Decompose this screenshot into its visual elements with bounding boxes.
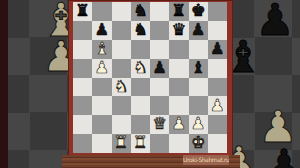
piece-black-rook: ♜	[171, 3, 186, 20]
piece-black-pawn: ♟	[191, 22, 206, 39]
piece-black-knight: ♞	[133, 3, 148, 20]
square-a4	[73, 78, 92, 97]
square-e8	[150, 2, 169, 21]
piece-black-rook: ♜	[75, 3, 90, 20]
square-e2: ♛	[150, 115, 169, 134]
square-b7: ♟	[92, 21, 111, 40]
piece-white-pawn: ♟	[94, 60, 109, 77]
square-c7	[112, 21, 131, 40]
square-g4	[189, 78, 208, 97]
square-d7: ♞	[131, 21, 150, 40]
square-e3	[150, 96, 169, 115]
piece-black-bishop: ♝	[191, 60, 206, 77]
square-b2	[92, 115, 111, 134]
chess-board: ♜♞♜♚♟♞♛♟♝♟♟♞♟♝♞♟♛♟♟♜♜♚	[73, 2, 227, 153]
square-e4	[150, 78, 169, 97]
square-a3	[73, 96, 92, 115]
square-f2: ♟	[169, 115, 188, 134]
watermark: Uroki-Shahmat.ru	[183, 155, 229, 165]
piece-white-knight: ♞	[133, 60, 148, 77]
piece-black-knight: ♞	[133, 22, 148, 39]
square-f8: ♜	[169, 2, 188, 21]
square-c1: ♜	[112, 134, 131, 153]
piece-white-rook: ♜	[133, 135, 148, 152]
square-h7	[208, 21, 227, 40]
piece-white-queen: ♛	[152, 116, 167, 133]
square-g6	[189, 40, 208, 59]
square-f6	[169, 40, 188, 59]
piece-white-king: ♚	[191, 135, 206, 152]
square-h3: ♟	[208, 96, 227, 115]
piece-black-king: ♚	[191, 3, 206, 20]
square-d5: ♞	[131, 59, 150, 78]
square-h2	[208, 115, 227, 134]
square-e6	[150, 40, 169, 59]
square-a6	[73, 40, 92, 59]
piece-black-pawn: ♟	[152, 60, 167, 77]
square-f7: ♛	[169, 21, 188, 40]
square-g8: ♚	[189, 2, 208, 21]
square-e5: ♟	[150, 59, 169, 78]
square-d2	[131, 115, 150, 134]
square-g3	[189, 96, 208, 115]
square-b8	[92, 2, 111, 21]
square-b1	[92, 134, 111, 153]
square-h1	[208, 134, 227, 153]
piece-white-pawn: ♟	[191, 116, 206, 133]
square-h5	[208, 59, 227, 78]
square-c5	[112, 59, 131, 78]
square-d4	[131, 78, 150, 97]
blurred-black-pawn-bottom-right-icon: ♟	[266, 144, 300, 168]
square-h8	[208, 2, 227, 21]
square-e1	[150, 134, 169, 153]
square-h4	[208, 78, 227, 97]
piece-white-rook: ♜	[114, 135, 129, 152]
square-d1: ♜	[131, 134, 150, 153]
square-d8: ♞	[131, 2, 150, 21]
square-g1: ♚	[189, 134, 208, 153]
square-e7	[150, 21, 169, 40]
square-a7	[73, 21, 92, 40]
square-a2	[73, 115, 92, 134]
square-f4	[169, 78, 188, 97]
square-g5: ♝	[189, 59, 208, 78]
square-a8: ♜	[73, 2, 92, 21]
piece-white-knight: ♞	[114, 79, 129, 96]
piece-white-pawn: ♟	[171, 116, 186, 133]
piece-black-queen: ♛	[171, 22, 186, 39]
board-frame: ♜♞♜♚♟♞♛♟♝♟♟♞♟♝♞♟♛♟♟♜♜♚	[68, 0, 233, 156]
square-a5	[73, 59, 92, 78]
piece-black-pawn: ♟	[210, 41, 225, 58]
square-a1	[73, 134, 92, 153]
square-f3	[169, 96, 188, 115]
background-wood-edge	[0, 0, 8, 168]
piece-white-pawn: ♟	[210, 98, 225, 115]
square-c8	[112, 2, 131, 21]
square-g2: ♟	[189, 115, 208, 134]
square-c4: ♞	[112, 78, 131, 97]
square-c3	[112, 96, 131, 115]
square-g7: ♟	[189, 21, 208, 40]
video-frame: ♝♟♟♝♟♟♟ ♜♞♜♚♟♞♛♟♝♟♟♞♟♝♞♟♛♟♟♜♜♚ Uroki-Sha…	[0, 0, 300, 168]
square-d3	[131, 96, 150, 115]
piece-black-pawn: ♟	[94, 22, 109, 39]
square-c6	[112, 40, 131, 59]
square-b6: ♝	[92, 40, 111, 59]
square-b4	[92, 78, 111, 97]
square-h6: ♟	[208, 40, 227, 59]
square-f1	[169, 134, 188, 153]
piece-white-bishop: ♝	[94, 41, 109, 58]
square-b5: ♟	[92, 59, 111, 78]
square-c2	[112, 115, 131, 134]
square-f5	[169, 59, 188, 78]
square-b3	[92, 96, 111, 115]
square-d6	[131, 40, 150, 59]
